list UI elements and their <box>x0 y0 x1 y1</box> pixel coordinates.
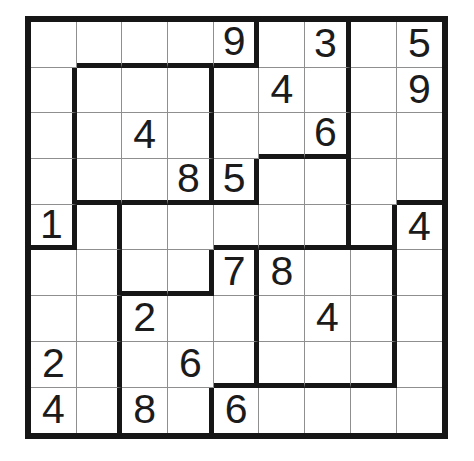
cell-r4c8[interactable] <box>351 159 397 205</box>
given-digit: 9 <box>408 69 431 110</box>
cell-r2c4[interactable] <box>168 68 214 114</box>
cell-r5c2[interactable] <box>77 205 123 251</box>
cell-r5c9[interactable]: 4 <box>397 205 443 251</box>
cell-r1c3[interactable] <box>122 22 168 68</box>
cell-r8c5[interactable] <box>214 342 260 388</box>
cell-r5c4[interactable] <box>168 205 214 251</box>
cell-r6c2[interactable] <box>77 250 123 296</box>
given-digit: 6 <box>314 112 337 153</box>
cell-r1c6[interactable] <box>259 22 305 68</box>
given-digit: 4 <box>270 69 293 110</box>
cell-r2c3[interactable] <box>122 68 168 114</box>
given-digit: 2 <box>42 343 65 384</box>
cell-r3c9[interactable] <box>397 113 443 159</box>
given-digit: 2 <box>133 297 156 338</box>
cell-r6c7[interactable] <box>305 250 351 296</box>
given-digit: 4 <box>42 389 65 430</box>
cell-r7c4[interactable] <box>168 296 214 342</box>
cell-r3c8[interactable] <box>351 113 397 159</box>
cell-r7c9[interactable] <box>397 296 443 342</box>
cell-r4c3[interactable] <box>122 159 168 205</box>
cell-r7c7[interactable]: 4 <box>305 296 351 342</box>
cell-r6c1[interactable] <box>31 250 77 296</box>
cell-r9c9[interactable] <box>397 388 443 434</box>
cell-r2c5[interactable] <box>214 68 260 114</box>
cell-r9c5[interactable]: 6 <box>214 388 260 434</box>
cell-r1c4[interactable] <box>168 22 214 68</box>
given-digit: 5 <box>223 158 246 199</box>
given-digit: 4 <box>133 114 156 155</box>
cell-r4c4[interactable]: 8 <box>168 159 214 205</box>
cell-r6c9[interactable] <box>397 250 443 296</box>
cell-r4c1[interactable] <box>31 159 77 205</box>
cell-r9c4[interactable] <box>168 388 214 434</box>
cell-r5c6[interactable] <box>259 205 305 251</box>
cell-r9c2[interactable] <box>77 388 123 434</box>
given-digit: 3 <box>314 23 337 64</box>
cell-r6c4[interactable] <box>168 250 214 296</box>
cell-r2c1[interactable] <box>31 68 77 114</box>
cell-r8c6[interactable] <box>259 342 305 388</box>
cell-r4c9[interactable] <box>397 159 443 205</box>
cell-r1c2[interactable] <box>77 22 123 68</box>
given-digit: 6 <box>225 389 248 430</box>
cell-r3c5[interactable] <box>214 113 260 159</box>
cell-r5c5[interactable] <box>214 205 260 251</box>
cell-r4c5[interactable]: 5 <box>214 159 260 205</box>
given-digit: 8 <box>133 389 156 430</box>
cell-r7c2[interactable] <box>77 296 123 342</box>
given-digit: 4 <box>316 297 339 338</box>
given-digit: 6 <box>179 343 202 384</box>
cell-r3c6[interactable] <box>259 113 305 159</box>
cell-r3c4[interactable] <box>168 113 214 159</box>
cell-r3c2[interactable] <box>77 113 123 159</box>
given-digit: 9 <box>223 21 246 62</box>
sudoku-board: 93549468514782426486 <box>25 16 448 439</box>
cell-r8c8[interactable] <box>351 342 397 388</box>
cell-r5c7[interactable] <box>305 205 351 251</box>
given-digit: 8 <box>177 158 200 199</box>
cell-r9c8[interactable] <box>351 388 397 434</box>
cell-r1c1[interactable] <box>31 22 77 68</box>
cell-r9c3[interactable]: 8 <box>122 388 168 434</box>
cell-r8c3[interactable] <box>122 342 168 388</box>
cell-r3c1[interactable] <box>31 113 77 159</box>
cell-r6c8[interactable] <box>351 250 397 296</box>
given-digit: 5 <box>408 23 431 64</box>
cell-r7c3[interactable]: 2 <box>122 296 168 342</box>
cell-r4c2[interactable] <box>77 159 123 205</box>
cell-r7c6[interactable] <box>259 296 305 342</box>
cell-r5c8[interactable] <box>351 205 397 251</box>
cell-r8c7[interactable] <box>305 342 351 388</box>
cell-r3c3[interactable]: 4 <box>122 113 168 159</box>
cell-r5c3[interactable] <box>122 205 168 251</box>
cell-r8c4[interactable]: 6 <box>168 342 214 388</box>
given-digit: 7 <box>223 251 246 292</box>
cell-r1c9[interactable]: 5 <box>397 22 443 68</box>
cell-r7c8[interactable] <box>351 296 397 342</box>
cell-r6c6[interactable]: 8 <box>259 250 305 296</box>
cell-r4c6[interactable] <box>259 159 305 205</box>
given-digit: 1 <box>40 204 63 245</box>
cell-r9c7[interactable] <box>305 388 351 434</box>
cell-r9c1[interactable]: 4 <box>31 388 77 434</box>
cell-r8c2[interactable] <box>77 342 123 388</box>
cell-r2c9[interactable]: 9 <box>397 68 443 114</box>
cell-r5c1[interactable]: 1 <box>31 205 77 251</box>
cell-r4c7[interactable] <box>305 159 351 205</box>
cell-r1c8[interactable] <box>351 22 397 68</box>
cell-r7c1[interactable] <box>31 296 77 342</box>
cell-r2c2[interactable] <box>77 68 123 114</box>
cell-r8c9[interactable] <box>397 342 443 388</box>
cell-r1c7[interactable]: 3 <box>305 22 351 68</box>
cell-r1c5[interactable]: 9 <box>214 22 260 68</box>
cell-r9c6[interactable] <box>259 388 305 434</box>
cell-r2c6[interactable]: 4 <box>259 68 305 114</box>
cell-r6c3[interactable] <box>122 250 168 296</box>
cell-r7c5[interactable] <box>214 296 260 342</box>
cell-r6c5[interactable]: 7 <box>214 250 260 296</box>
cell-r2c8[interactable] <box>351 68 397 114</box>
cell-r2c7[interactable] <box>305 68 351 114</box>
given-digit: 8 <box>270 251 293 292</box>
cell-r3c7[interactable]: 6 <box>305 113 351 159</box>
given-digit: 4 <box>408 206 431 247</box>
cell-r8c1[interactable]: 2 <box>31 342 77 388</box>
